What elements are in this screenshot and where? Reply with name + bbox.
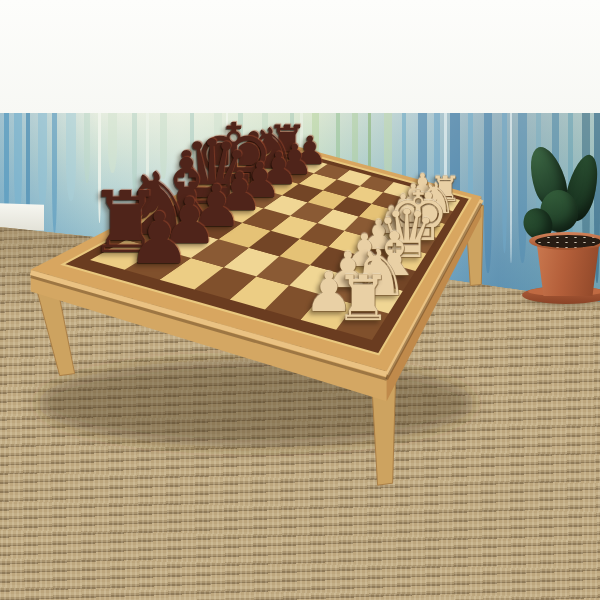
photo-scene: ♜♞♝♛♚♝♞♜♟♟♟♟♟♟♟♟♟♟♟♟♟♟♟♟♜♞♝♛♚♝♞♜ xyxy=(0,0,600,600)
chess-table xyxy=(0,0,600,600)
table-shadow xyxy=(38,359,474,447)
